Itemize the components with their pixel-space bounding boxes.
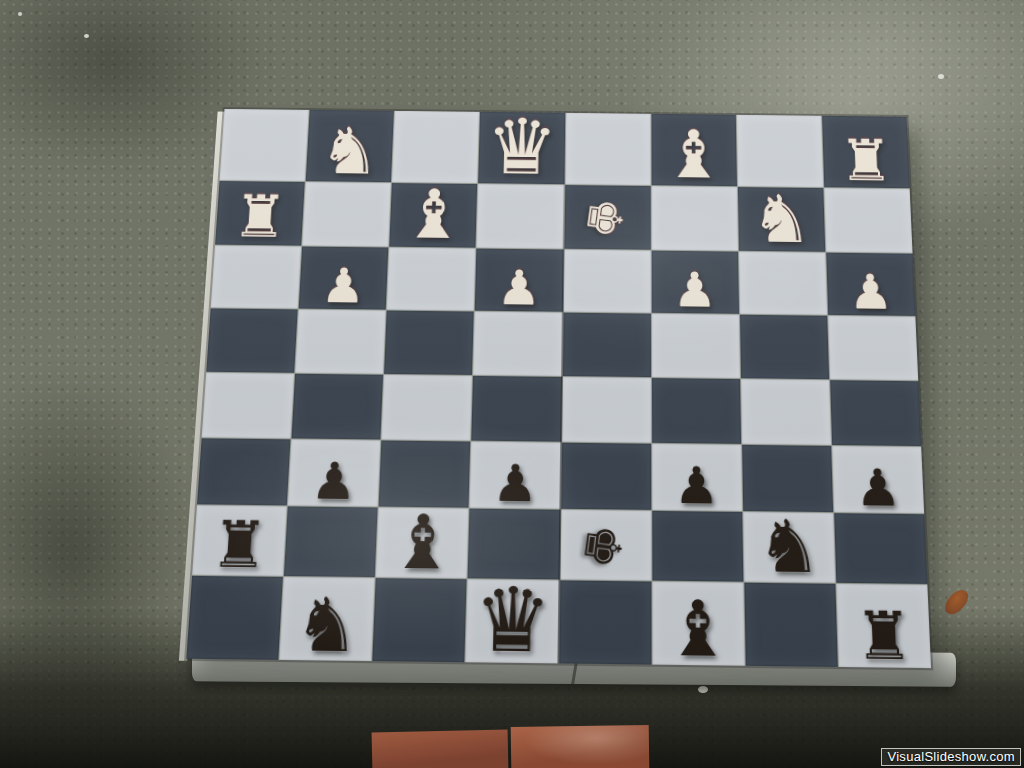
- chess-board: ♞♛♝♜♜♝♚♞♟♟♟♟♟♟♟♟♜♝♚♞♞♛♝♜: [186, 109, 931, 668]
- square-f7: [651, 186, 737, 250]
- black-rook-a2: ♜: [209, 514, 270, 574]
- white-rook-h8: ♜: [838, 134, 894, 187]
- square-f6: ♟: [651, 250, 738, 313]
- black-bishop-c2: ♝: [388, 507, 457, 577]
- square-d7: [477, 184, 564, 248]
- black-knight-g2: ♞: [756, 514, 822, 582]
- square-h8: ♜: [822, 116, 910, 189]
- black-rook-h1: ♜: [854, 605, 914, 667]
- square-a8: [220, 109, 309, 181]
- square-b4: [292, 373, 384, 439]
- square-e1: [559, 580, 651, 664]
- outdoor-chess-photo: ♞♛♝♜♜♝♚♞♟♟♟♟♟♟♟♟♜♝♚♞♞♛♝♜ VisualSlideshow…: [0, 0, 1024, 768]
- square-f8: ♝: [651, 114, 737, 187]
- square-a6: [211, 245, 302, 308]
- square-b3: ♟: [288, 439, 381, 506]
- square-e6: [563, 249, 650, 312]
- square-c5: [384, 310, 474, 374]
- square-e4: [562, 376, 651, 442]
- white-knight-b8: ♞: [318, 122, 381, 182]
- square-h4: [830, 380, 921, 446]
- square-h3: ♟: [832, 445, 924, 512]
- square-d5: [473, 311, 562, 375]
- black-queen-d1: ♛: [472, 579, 552, 662]
- white-knight-g7: ♞: [750, 189, 813, 250]
- square-g3: [742, 444, 833, 511]
- square-e2: ♚: [560, 509, 651, 580]
- white-bishop-f8: ♝: [662, 124, 725, 185]
- square-h1: ♜: [836, 584, 931, 669]
- square-d4: [472, 375, 562, 441]
- square-g4: [741, 379, 831, 445]
- black-king-e2: ♚: [578, 521, 629, 571]
- board-grid: ♞♛♝♜♜♝♚♞♟♟♟♟♟♟♟♟♜♝♚♞♞♛♝♜: [186, 109, 931, 668]
- black-bishop-f1: ♝: [664, 593, 732, 664]
- white-pawn-h6: ♟: [848, 270, 894, 315]
- square-d6: ♟: [475, 248, 563, 311]
- white-queen-d8: ♛: [485, 112, 559, 183]
- square-b7: [302, 182, 391, 246]
- square-d8: ♛: [478, 112, 564, 185]
- square-a7: ♜: [215, 181, 305, 245]
- brick: [511, 725, 650, 768]
- square-c8: [392, 111, 479, 184]
- debris-speck: [18, 12, 22, 16]
- square-c4: [382, 374, 473, 440]
- square-f3: ♟: [652, 443, 742, 510]
- debris-speck: [84, 34, 89, 38]
- black-pawn-f3: ♟: [674, 462, 720, 509]
- square-c6: [387, 247, 476, 310]
- square-b1: ♞: [279, 577, 375, 661]
- brick: [372, 730, 509, 768]
- square-c1: [373, 578, 467, 662]
- white-king-e7: ♚: [581, 196, 629, 241]
- square-b2: [284, 506, 378, 577]
- black-knight-b1: ♞: [293, 590, 362, 659]
- square-a5: [206, 308, 298, 372]
- square-e8: [565, 113, 650, 186]
- square-f2: [652, 510, 743, 581]
- black-pawn-b3: ♟: [310, 457, 358, 504]
- square-c2: ♝: [376, 507, 469, 578]
- square-g8: [737, 115, 824, 188]
- white-pawn-b6: ♟: [320, 263, 366, 308]
- white-pawn-f6: ♟: [673, 267, 718, 312]
- black-pawn-d3: ♟: [492, 460, 539, 507]
- white-rook-a7: ♜: [231, 190, 288, 244]
- square-a2: ♜: [192, 505, 287, 576]
- square-f4: [652, 378, 741, 444]
- square-a1: [186, 576, 283, 660]
- square-f5: [652, 313, 740, 377]
- watermark: VisualSlideshow.com: [881, 748, 1021, 766]
- concrete-shadow-left: [0, 370, 210, 730]
- square-g6: [739, 251, 827, 314]
- square-h7: [824, 188, 912, 252]
- square-e7: ♚: [564, 185, 650, 249]
- square-d3: ♟: [470, 441, 561, 508]
- square-h5: [828, 315, 918, 379]
- debris-speck: [938, 74, 944, 79]
- pebble: [698, 686, 708, 693]
- square-f1: ♝: [652, 581, 744, 665]
- square-g2: ♞: [743, 512, 835, 583]
- white-pawn-d6: ♟: [497, 265, 542, 310]
- square-h2: [834, 513, 927, 584]
- square-e3: [561, 442, 651, 509]
- leaf: [942, 586, 972, 619]
- square-a4: [202, 372, 295, 438]
- square-a3: [197, 438, 291, 505]
- square-b5: [295, 309, 386, 373]
- square-g7: ♞: [738, 187, 825, 251]
- white-bishop-c7: ♝: [401, 183, 466, 246]
- square-h6: ♟: [826, 252, 915, 315]
- square-g1: [744, 582, 838, 666]
- square-c3: [379, 440, 471, 507]
- square-e5: [563, 312, 651, 376]
- square-b6: ♟: [299, 246, 389, 309]
- square-g5: [740, 314, 829, 378]
- square-d1: ♛: [466, 579, 559, 663]
- square-c7: ♝: [390, 183, 478, 247]
- black-pawn-h3: ♟: [855, 464, 902, 511]
- square-b8: ♞: [306, 110, 394, 182]
